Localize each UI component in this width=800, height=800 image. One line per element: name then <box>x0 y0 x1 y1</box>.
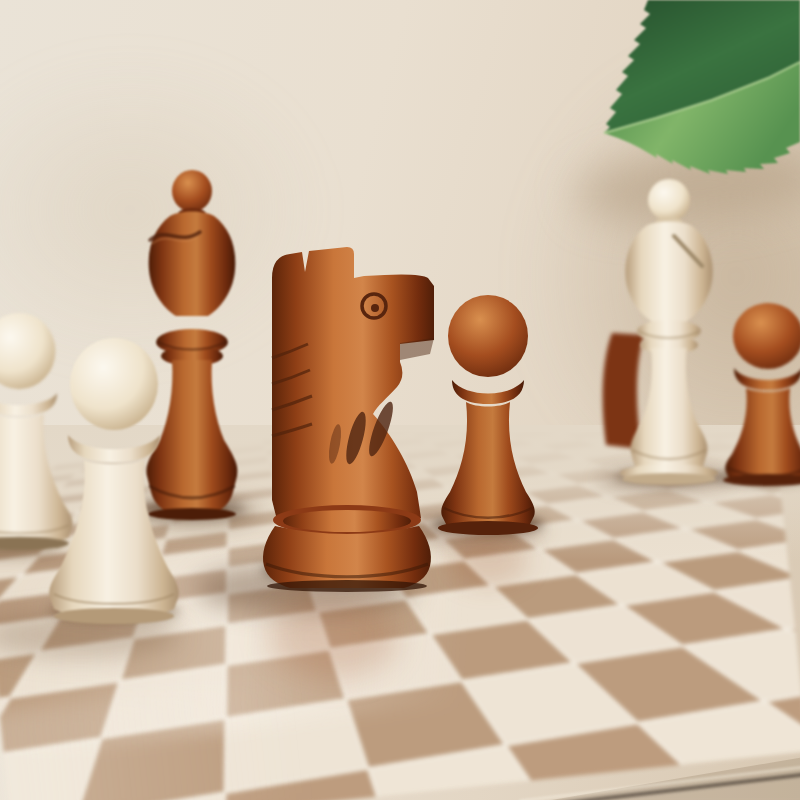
knight-reflection <box>268 596 398 678</box>
white-bishop <box>610 176 728 486</box>
photo-scene <box>0 0 800 800</box>
knight-head-body <box>272 247 434 526</box>
white-pawn-front <box>38 332 190 624</box>
plant-leaf <box>560 0 800 185</box>
knight-base <box>263 526 431 588</box>
dark-pawn-reflection <box>448 534 528 586</box>
black-knight <box>250 230 450 590</box>
